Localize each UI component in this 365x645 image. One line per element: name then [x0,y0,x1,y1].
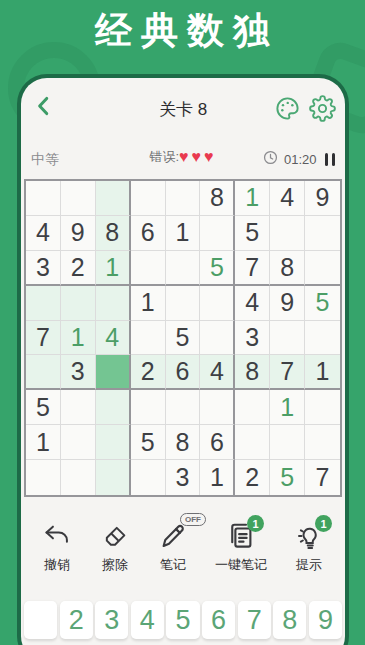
cell-r7c4[interactable] [131,390,166,425]
cell-r1c4[interactable] [131,181,166,216]
undo-icon [41,520,73,552]
cell-r9c9[interactable]: 7 [305,460,340,495]
theme-palette-button[interactable] [274,95,301,122]
cell-r1c2[interactable] [61,181,96,216]
cell-r6c3[interactable] [96,355,131,390]
cell-r8c8[interactable] [270,425,305,460]
cell-r8c4[interactable]: 5 [131,425,166,460]
auto-notes-badge: 1 [247,515,264,532]
cell-r2c2[interactable]: 9 [61,216,96,251]
notes-label: 笔记 [160,556,186,574]
cell-r2c5[interactable]: 1 [166,216,201,251]
heart-icon: ♥ [179,148,192,165]
cell-r6c5[interactable]: 6 [166,355,201,390]
palette-icon [274,110,301,125]
auto-notes-button[interactable]: 1一键笔记 [215,520,267,574]
cell-r4c7[interactable]: 4 [235,286,270,321]
cell-r8c9[interactable] [305,425,340,460]
cell-r6c2[interactable]: 3 [61,355,96,390]
cell-r5c5[interactable]: 5 [166,321,201,356]
notes-button[interactable]: OFF笔记 [157,520,189,574]
numpad-key-1[interactable] [24,601,57,639]
cell-r3c3[interactable]: 1 [96,251,131,286]
cell-r1c5[interactable] [166,181,201,216]
settings-button[interactable] [309,95,336,122]
cell-r3c5[interactable] [166,251,201,286]
cell-r5c1[interactable]: 7 [26,321,61,356]
cell-r6c7[interactable]: 8 [235,355,270,390]
cell-r3c6[interactable]: 5 [200,251,235,286]
clock-icon [263,150,278,169]
numpad-key-5[interactable]: 5 [166,601,199,639]
numpad-key-2[interactable]: 2 [60,601,93,639]
cell-r3c8[interactable]: 8 [270,251,305,286]
cell-r8c6[interactable]: 6 [200,425,235,460]
cell-r1c3[interactable] [96,181,131,216]
cell-r2c4[interactable]: 6 [131,216,166,251]
cell-r2c1[interactable]: 4 [26,216,61,251]
cell-r1c7[interactable]: 1 [235,181,270,216]
pencil-icon: OFF [157,520,189,552]
sudoku-board: 8149498615321578149571453326487151158631… [24,179,342,497]
erase-button[interactable]: 擦除 [99,520,131,574]
cell-r4c8[interactable]: 9 [270,286,305,321]
cell-r6c8[interactable]: 7 [270,355,305,390]
cell-r2c9[interactable] [305,216,340,251]
heart-icon: ♥ [192,148,205,165]
cell-r9c6[interactable]: 1 [200,460,235,495]
cell-r5c3[interactable]: 4 [96,321,131,356]
cell-r1c1[interactable] [26,181,61,216]
notes-badge: OFF [180,513,206,526]
cell-r7c7[interactable] [235,390,270,425]
cell-r8c5[interactable]: 8 [166,425,201,460]
cell-r3c4[interactable] [131,251,166,286]
eraser-icon [99,520,131,552]
undo-button[interactable]: 撤销 [41,520,73,574]
cell-r1c8[interactable]: 4 [270,181,305,216]
cell-r7c5[interactable] [166,390,201,425]
cell-r5c4[interactable] [131,321,166,356]
cell-r5c8[interactable] [270,321,305,356]
cell-r8c2[interactable] [61,425,96,460]
timer: 01:20 [263,150,337,169]
cell-r4c1[interactable] [26,286,61,321]
cell-r2c8[interactable] [270,216,305,251]
cell-r8c3[interactable] [96,425,131,460]
cell-r1c6[interactable]: 8 [200,181,235,216]
cell-r6c9[interactable]: 1 [305,355,340,390]
cell-r7c2[interactable] [61,390,96,425]
lives-hearts: ♥♥♥ [179,148,217,165]
cell-r7c1[interactable]: 5 [26,390,61,425]
cell-r4c5[interactable] [166,286,201,321]
cell-r3c7[interactable]: 7 [235,251,270,286]
cell-r9c7[interactable]: 2 [235,460,270,495]
cell-r8c1[interactable]: 1 [26,425,61,460]
cell-r2c3[interactable]: 8 [96,216,131,251]
cell-r2c6[interactable] [200,216,235,251]
numpad-key-8[interactable]: 8 [273,601,306,639]
undo-label: 撤销 [44,556,70,574]
copy-notes-icon: 1 [225,520,257,552]
cell-r5c9[interactable] [305,321,340,356]
cell-r6c4[interactable]: 2 [131,355,166,390]
cell-r3c1[interactable]: 3 [26,251,61,286]
cell-r7c6[interactable] [200,390,235,425]
numpad-key-4[interactable]: 4 [131,601,164,639]
cell-r7c8[interactable]: 1 [270,390,305,425]
numpad: 23456789 [24,601,342,639]
cell-r9c2[interactable] [61,460,96,495]
game-card: 关卡 8 中等 错误:♥♥♥ 01:20 [21,78,345,645]
gear-icon [309,110,336,125]
cell-r8c7[interactable] [235,425,270,460]
pause-button[interactable] [323,151,338,168]
cell-r7c9[interactable] [305,390,340,425]
cell-r9c8[interactable]: 5 [270,460,305,495]
hint-button[interactable]: 1提示 [293,520,325,574]
cell-r1c9[interactable]: 9 [305,181,340,216]
hint-badge: 1 [315,515,332,532]
bulb-icon: 1 [293,520,325,552]
auto-notes-label: 一键笔记 [215,556,267,574]
numpad-key-9[interactable]: 9 [309,601,342,639]
toolbar: 撤销擦除OFF笔记1一键笔记1提示 [24,512,342,574]
cell-r3c2[interactable]: 2 [61,251,96,286]
cell-r2c7[interactable]: 5 [235,216,270,251]
cell-r9c4[interactable] [131,460,166,495]
errors-label: 错误: [149,149,179,164]
cell-r9c1[interactable] [26,460,61,495]
cell-r9c5[interactable]: 3 [166,460,201,495]
erase-label: 擦除 [102,556,128,574]
cell-r6c6[interactable]: 4 [200,355,235,390]
cell-r4c6[interactable] [200,286,235,321]
cell-r4c2[interactable] [61,286,96,321]
cell-r4c9[interactable]: 5 [305,286,340,321]
cell-r5c6[interactable] [200,321,235,356]
cell-r5c7[interactable]: 3 [235,321,270,356]
cell-r7c3[interactable] [96,390,131,425]
cell-r6c1[interactable] [26,355,61,390]
hint-label: 提示 [296,556,322,574]
cell-r9c3[interactable] [96,460,131,495]
cell-r4c3[interactable] [96,286,131,321]
cell-r4c4[interactable]: 1 [131,286,166,321]
heart-icon: ♥ [204,148,217,165]
time-value: 01:20 [284,152,317,167]
numpad-key-6[interactable]: 6 [202,601,235,639]
app-title: 经典数独 [0,6,365,56]
cell-r3c9[interactable] [305,251,340,286]
cell-r5c2[interactable]: 1 [61,321,96,356]
numpad-key-7[interactable]: 7 [238,601,271,639]
status-bar: 中等 错误:♥♥♥ 01:20 [21,148,345,170]
pause-icon [325,153,329,166]
numpad-key-3[interactable]: 3 [95,601,128,639]
